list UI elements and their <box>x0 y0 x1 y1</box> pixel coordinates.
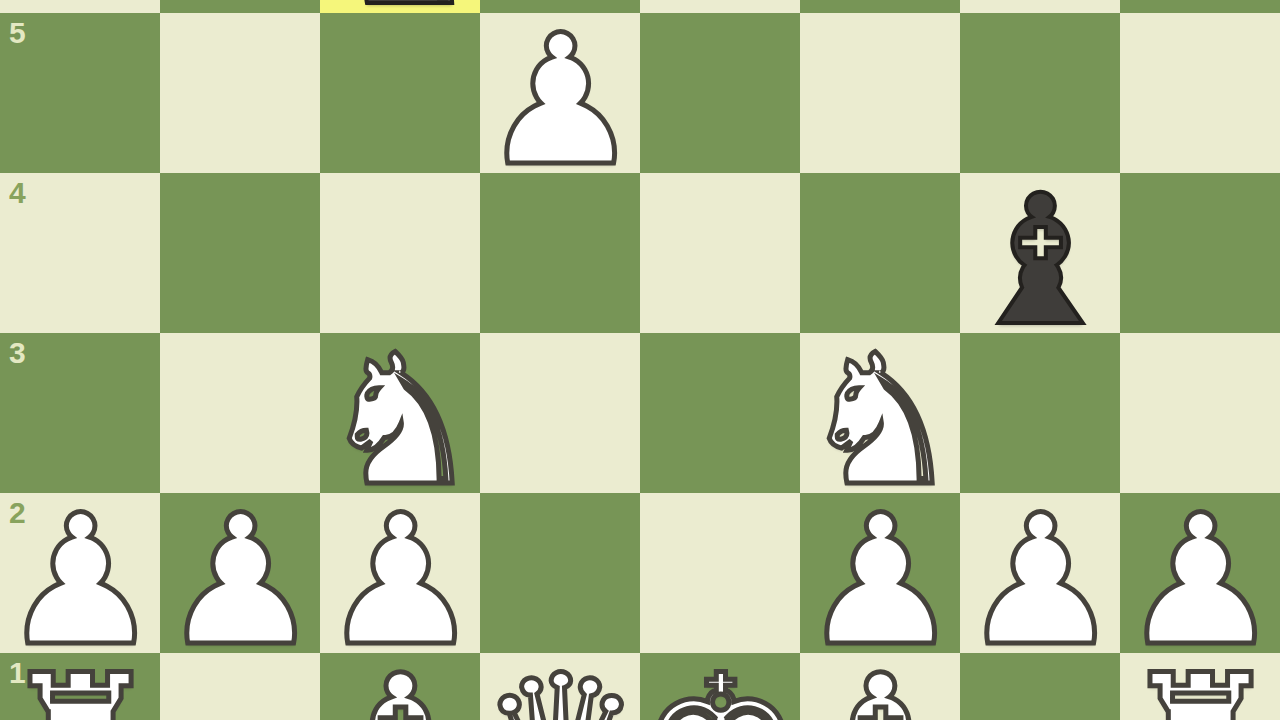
white-rook[interactable]: ♜ <box>1120 651 1280 720</box>
square-c5[interactable] <box>320 13 480 173</box>
square-h4[interactable] <box>1120 173 1280 333</box>
chessboard: ♞5♟4♝3♞♞2♟♟♟♟♟♟1♜♝♛♚♝♜ <box>0 0 1280 720</box>
square-f5[interactable] <box>800 13 960 173</box>
square-e6[interactable] <box>640 0 800 13</box>
white-pawn[interactable]: ♟ <box>960 491 1120 671</box>
square-f3[interactable]: ♞ <box>800 333 960 493</box>
square-b6[interactable] <box>160 0 320 13</box>
square-a3[interactable]: 3 <box>0 333 160 493</box>
square-f4[interactable] <box>800 173 960 333</box>
square-g3[interactable] <box>960 333 1120 493</box>
square-g6[interactable] <box>960 0 1120 13</box>
square-e1[interactable]: ♚ <box>640 653 800 720</box>
square-b3[interactable] <box>160 333 320 493</box>
chessboard-viewport: ♞5♟4♝3♞♞2♟♟♟♟♟♟1♜♝♛♚♝♜ <box>0 0 1280 720</box>
white-bishop[interactable]: ♝ <box>320 651 480 720</box>
square-g4[interactable]: ♝ <box>960 173 1120 333</box>
white-pawn[interactable]: ♟ <box>160 491 320 671</box>
square-a6[interactable] <box>0 0 160 13</box>
square-c1[interactable]: ♝ <box>320 653 480 720</box>
square-f2[interactable]: ♟ <box>800 493 960 653</box>
square-e4[interactable] <box>640 173 800 333</box>
square-a5[interactable]: 5 <box>0 13 160 173</box>
square-d5[interactable]: ♟ <box>480 13 640 173</box>
square-g5[interactable] <box>960 13 1120 173</box>
rank-label-3: 3 <box>9 338 26 368</box>
square-h1[interactable]: ♜ <box>1120 653 1280 720</box>
square-h6[interactable] <box>1120 0 1280 13</box>
square-h3[interactable] <box>1120 333 1280 493</box>
square-h5[interactable] <box>1120 13 1280 173</box>
square-e3[interactable] <box>640 333 800 493</box>
square-b5[interactable] <box>160 13 320 173</box>
black-bishop[interactable]: ♝ <box>960 171 1120 351</box>
square-c6[interactable]: ♞ <box>320 0 480 13</box>
square-d2[interactable] <box>480 493 640 653</box>
square-h2[interactable]: ♟ <box>1120 493 1280 653</box>
square-g1[interactable] <box>960 653 1120 720</box>
white-bishop[interactable]: ♝ <box>800 651 960 720</box>
square-d3[interactable] <box>480 333 640 493</box>
white-rook[interactable]: ♜ <box>0 651 160 720</box>
square-c3[interactable]: ♞ <box>320 333 480 493</box>
white-queen[interactable]: ♛ <box>480 651 640 720</box>
square-a2[interactable]: 2♟ <box>0 493 160 653</box>
square-g2[interactable]: ♟ <box>960 493 1120 653</box>
square-a4[interactable]: 4 <box>0 173 160 333</box>
square-e5[interactable] <box>640 13 800 173</box>
square-b1[interactable] <box>160 653 320 720</box>
square-d1[interactable]: ♛ <box>480 653 640 720</box>
square-e2[interactable] <box>640 493 800 653</box>
square-b4[interactable] <box>160 173 320 333</box>
square-d4[interactable] <box>480 173 640 333</box>
square-b2[interactable]: ♟ <box>160 493 320 653</box>
white-pawn[interactable]: ♟ <box>480 11 640 191</box>
white-king[interactable]: ♚ <box>640 651 800 720</box>
square-c2[interactable]: ♟ <box>320 493 480 653</box>
rank-label-4: 4 <box>9 178 26 208</box>
square-f6[interactable] <box>800 0 960 13</box>
rank-label-5: 5 <box>9 18 26 48</box>
square-a1[interactable]: 1♜ <box>0 653 160 720</box>
square-f1[interactable]: ♝ <box>800 653 960 720</box>
square-c4[interactable] <box>320 173 480 333</box>
